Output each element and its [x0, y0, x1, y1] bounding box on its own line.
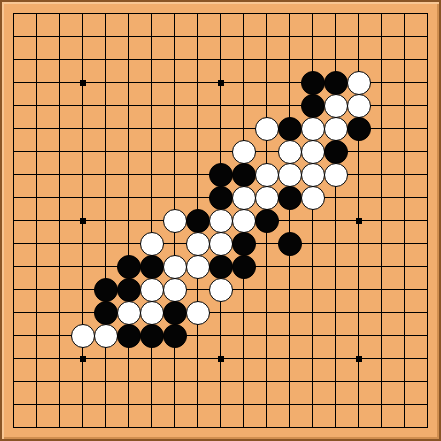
star-point	[218, 356, 224, 362]
white-stone-r5c13[interactable]	[301, 117, 325, 141]
white-stone-r11c8[interactable]	[186, 255, 210, 279]
black-stone-r3c13[interactable]	[301, 71, 325, 95]
grid-line-horizontal	[13, 381, 429, 383]
white-stone-r14c3[interactable]	[71, 324, 95, 348]
black-stone-r14c5[interactable]	[117, 324, 141, 348]
white-stone-r6c13[interactable]	[301, 140, 325, 164]
white-stone-r13c8[interactable]	[186, 301, 210, 325]
white-stone-r9c10[interactable]	[232, 209, 256, 233]
white-stone-r11c7[interactable]	[163, 255, 187, 279]
white-stone-r12c7[interactable]	[163, 278, 187, 302]
black-stone-r11c5[interactable]	[117, 255, 141, 279]
star-point	[218, 80, 224, 86]
black-stone-r7c9[interactable]	[209, 163, 233, 187]
black-stone-r10c12[interactable]	[278, 232, 302, 256]
white-stone-r13c5[interactable]	[117, 301, 141, 325]
white-stone-r7c12[interactable]	[278, 163, 302, 187]
white-stone-r5c11[interactable]	[255, 117, 279, 141]
black-stone-r11c6[interactable]	[140, 255, 164, 279]
black-stone-r6c14[interactable]	[324, 140, 348, 164]
white-stone-r9c9[interactable]	[209, 209, 233, 233]
white-stone-r5c14[interactable]	[324, 117, 348, 141]
black-stone-r8c12[interactable]	[278, 186, 302, 210]
black-stone-r4c13[interactable]	[301, 94, 325, 118]
black-stone-r13c7[interactable]	[163, 301, 187, 325]
white-stone-r13c6[interactable]	[140, 301, 164, 325]
star-point	[80, 80, 86, 86]
grid-line-horizontal	[13, 427, 429, 429]
white-stone-r10c8[interactable]	[186, 232, 210, 256]
white-stone-r3c15[interactable]	[347, 71, 371, 95]
white-stone-r9c7[interactable]	[163, 209, 187, 233]
white-stone-r4c14[interactable]	[324, 94, 348, 118]
black-stone-r12c4[interactable]	[94, 278, 118, 302]
black-stone-r12c5[interactable]	[117, 278, 141, 302]
star-point	[356, 356, 362, 362]
star-point	[80, 356, 86, 362]
grid-line-vertical	[381, 13, 383, 429]
black-stone-r9c8[interactable]	[186, 209, 210, 233]
black-stone-r9c11[interactable]	[255, 209, 279, 233]
white-stone-r8c10[interactable]	[232, 186, 256, 210]
black-stone-r5c15[interactable]	[347, 117, 371, 141]
star-point	[356, 218, 362, 224]
black-stone-r11c10[interactable]	[232, 255, 256, 279]
white-stone-r8c11[interactable]	[255, 186, 279, 210]
black-stone-r7c10[interactable]	[232, 163, 256, 187]
black-stone-r11c9[interactable]	[209, 255, 233, 279]
black-stone-r5c12[interactable]	[278, 117, 302, 141]
black-stone-r3c14[interactable]	[324, 71, 348, 95]
star-point	[80, 218, 86, 224]
white-stone-r4c15[interactable]	[347, 94, 371, 118]
white-stone-r8c13[interactable]	[301, 186, 325, 210]
white-stone-r6c10[interactable]	[232, 140, 256, 164]
white-stone-r7c13[interactable]	[301, 163, 325, 187]
white-stone-r10c9[interactable]	[209, 232, 233, 256]
black-stone-r13c4[interactable]	[94, 301, 118, 325]
grid-line-vertical	[427, 13, 429, 429]
white-stone-r12c6[interactable]	[140, 278, 164, 302]
black-stone-r10c10[interactable]	[232, 232, 256, 256]
white-stone-r14c4[interactable]	[94, 324, 118, 348]
grid-line-vertical	[404, 13, 406, 429]
white-stone-r7c14[interactable]	[324, 163, 348, 187]
black-stone-r14c6[interactable]	[140, 324, 164, 348]
black-stone-r14c7[interactable]	[163, 324, 187, 348]
black-stone-r8c9[interactable]	[209, 186, 233, 210]
grid-line-horizontal	[13, 404, 429, 406]
white-stone-r10c6[interactable]	[140, 232, 164, 256]
grid-line-horizontal	[13, 312, 429, 314]
white-stone-r7c11[interactable]	[255, 163, 279, 187]
go-board[interactable]	[0, 0, 441, 441]
white-stone-r12c9[interactable]	[209, 278, 233, 302]
grid-line-vertical	[289, 13, 291, 429]
white-stone-r6c12[interactable]	[278, 140, 302, 164]
